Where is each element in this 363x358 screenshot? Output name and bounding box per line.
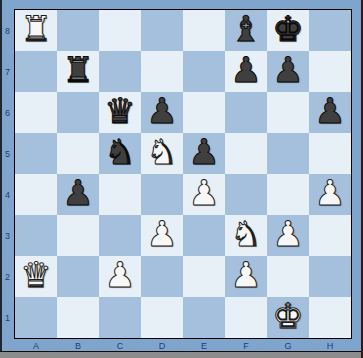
square-g6[interactable] — [267, 92, 309, 133]
file-label-f: F — [225, 340, 267, 351]
square-d1[interactable] — [141, 297, 183, 338]
square-b3[interactable] — [57, 215, 99, 256]
square-b6[interactable] — [57, 92, 99, 133]
window-bottom-bar — [0, 352, 363, 358]
square-e6[interactable] — [183, 92, 225, 133]
square-b4[interactable]: ♟ — [57, 174, 99, 215]
piece-black-pawn: ♟ — [314, 94, 345, 129]
square-h7[interactable] — [309, 51, 351, 92]
piece-black-pawn: ♟ — [146, 94, 177, 129]
square-f2[interactable]: ♟ — [225, 256, 267, 297]
square-e3[interactable] — [183, 215, 225, 256]
square-c1[interactable] — [99, 297, 141, 338]
rank-label-7: 7 — [1, 51, 14, 92]
square-f4[interactable] — [225, 174, 267, 215]
piece-white-knight: ♞ — [146, 135, 177, 170]
rank-label-2: 2 — [1, 256, 14, 297]
square-c6[interactable]: ♛ — [99, 92, 141, 133]
piece-white-pawn: ♟ — [272, 217, 303, 252]
square-a6[interactable] — [15, 92, 57, 133]
square-b5[interactable] — [57, 133, 99, 174]
rank-label-6: 6 — [1, 92, 14, 133]
square-f8[interactable]: ♝ — [225, 10, 267, 51]
piece-white-king: ♚ — [272, 299, 303, 334]
rank-label-3: 3 — [1, 215, 14, 256]
square-g1[interactable]: ♚ — [267, 297, 309, 338]
square-h5[interactable] — [309, 133, 351, 174]
square-b8[interactable] — [57, 10, 99, 51]
file-label-d: D — [141, 340, 183, 351]
piece-black-pawn: ♟ — [62, 176, 93, 211]
rank-labels: 87654321 — [1, 10, 14, 338]
piece-black-king: ♚ — [272, 12, 303, 47]
square-a7[interactable] — [15, 51, 57, 92]
square-b2[interactable] — [57, 256, 99, 297]
piece-white-queen: ♛ — [20, 258, 51, 293]
piece-white-pawn: ♟ — [188, 176, 219, 211]
square-c2[interactable]: ♟ — [99, 256, 141, 297]
square-c4[interactable] — [99, 174, 141, 215]
file-label-h: H — [309, 340, 351, 351]
square-e7[interactable] — [183, 51, 225, 92]
square-g2[interactable] — [267, 256, 309, 297]
square-h3[interactable] — [309, 215, 351, 256]
square-g8[interactable]: ♚ — [267, 10, 309, 51]
square-c5[interactable]: ♞ — [99, 133, 141, 174]
rank-label-5: 5 — [1, 133, 14, 174]
square-a1[interactable] — [15, 297, 57, 338]
square-c7[interactable] — [99, 51, 141, 92]
square-h4[interactable]: ♟ — [309, 174, 351, 215]
square-e4[interactable]: ♟ — [183, 174, 225, 215]
rank-label-1: 1 — [1, 297, 14, 338]
file-label-g: G — [267, 340, 309, 351]
square-b7[interactable]: ♜ — [57, 51, 99, 92]
square-f7[interactable]: ♟ — [225, 51, 267, 92]
square-e2[interactable] — [183, 256, 225, 297]
file-label-a: A — [15, 340, 57, 351]
square-a2[interactable]: ♛ — [15, 256, 57, 297]
square-g4[interactable] — [267, 174, 309, 215]
rank-label-4: 4 — [1, 174, 14, 215]
square-d6[interactable]: ♟ — [141, 92, 183, 133]
file-labels: ABCDEFGH — [15, 340, 351, 351]
square-d5[interactable]: ♞ — [141, 133, 183, 174]
chess-board-frame: ♜♝♚♜♟♟♛♟♟♞♞♟♟♟♟♟♞♟♛♟♟♚ 87654321 ABCDEFGH — [0, 0, 363, 358]
piece-black-bishop: ♝ — [230, 12, 261, 47]
piece-black-pawn: ♟ — [188, 135, 219, 170]
square-e8[interactable] — [183, 10, 225, 51]
square-f6[interactable] — [225, 92, 267, 133]
square-h1[interactable] — [309, 297, 351, 338]
square-c3[interactable] — [99, 215, 141, 256]
piece-black-rook: ♜ — [62, 53, 93, 88]
square-d7[interactable] — [141, 51, 183, 92]
file-label-b: B — [57, 340, 99, 351]
file-label-e: E — [183, 340, 225, 351]
square-f5[interactable] — [225, 133, 267, 174]
piece-white-knight: ♞ — [230, 217, 261, 252]
rank-label-8: 8 — [1, 10, 14, 51]
piece-white-pawn: ♟ — [104, 258, 135, 293]
square-g7[interactable]: ♟ — [267, 51, 309, 92]
square-e1[interactable] — [183, 297, 225, 338]
board-grid: ♜♝♚♜♟♟♛♟♟♞♞♟♟♟♟♟♞♟♛♟♟♚ — [15, 10, 351, 338]
square-h6[interactable]: ♟ — [309, 92, 351, 133]
chess-board: ♜♝♚♜♟♟♛♟♟♞♞♟♟♟♟♟♞♟♛♟♟♚ — [14, 9, 352, 339]
square-e5[interactable]: ♟ — [183, 133, 225, 174]
square-d3[interactable]: ♟ — [141, 215, 183, 256]
square-a4[interactable] — [15, 174, 57, 215]
piece-black-knight: ♞ — [104, 135, 135, 170]
piece-black-queen: ♛ — [104, 94, 135, 129]
square-h2[interactable] — [309, 256, 351, 297]
piece-white-pawn: ♟ — [146, 217, 177, 252]
piece-white-rook: ♜ — [20, 12, 51, 47]
square-c8[interactable] — [99, 10, 141, 51]
square-a3[interactable] — [15, 215, 57, 256]
square-h8[interactable] — [309, 10, 351, 51]
square-g3[interactable]: ♟ — [267, 215, 309, 256]
square-d4[interactable] — [141, 174, 183, 215]
piece-black-pawn: ♟ — [272, 53, 303, 88]
square-a8[interactable]: ♜ — [15, 10, 57, 51]
square-d8[interactable] — [141, 10, 183, 51]
square-a5[interactable] — [15, 133, 57, 174]
piece-white-pawn: ♟ — [230, 258, 261, 293]
square-f3[interactable]: ♞ — [225, 215, 267, 256]
square-b1[interactable] — [57, 297, 99, 338]
file-label-c: C — [99, 340, 141, 351]
square-d2[interactable] — [141, 256, 183, 297]
square-g5[interactable] — [267, 133, 309, 174]
piece-black-pawn: ♟ — [230, 53, 261, 88]
piece-white-pawn: ♟ — [314, 176, 345, 211]
square-f1[interactable] — [225, 297, 267, 338]
